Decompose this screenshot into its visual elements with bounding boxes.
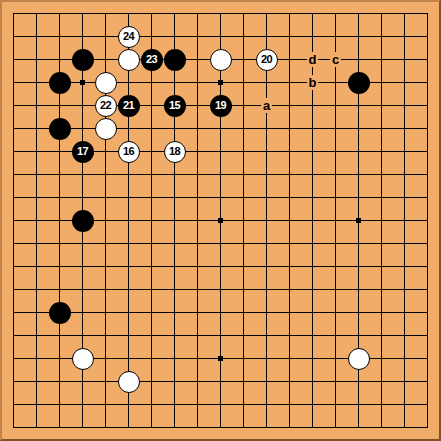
stone-black-17: 17 xyxy=(72,141,94,163)
point-label-a: a xyxy=(255,94,278,117)
stone-black-h17 xyxy=(164,49,186,71)
star-point xyxy=(218,80,223,85)
star-point xyxy=(218,218,223,223)
point-label-b: b xyxy=(301,71,324,94)
stone-white-18: 18 xyxy=(164,141,186,163)
stone-black-c14 xyxy=(49,118,71,140)
stone-white-22: 22 xyxy=(95,95,117,117)
point-label-c: c xyxy=(324,48,347,71)
stone-black-15: 15 xyxy=(164,95,186,117)
stone-black-19: 19 xyxy=(210,95,232,117)
stone-white-q4 xyxy=(348,348,370,370)
board-grid: 24232022211519171618abcd xyxy=(2,2,439,439)
stone-white-f17 xyxy=(118,49,140,71)
stone-black-21: 21 xyxy=(118,95,140,117)
stone-white-f3 xyxy=(118,371,140,393)
stone-white-16: 16 xyxy=(118,141,140,163)
star-point xyxy=(80,80,85,85)
point-label-d: d xyxy=(301,48,324,71)
go-board: 24232022211519171618abcd xyxy=(0,0,441,441)
stone-white-e14 xyxy=(95,118,117,140)
stone-black-23: 23 xyxy=(141,49,163,71)
stone-black-d10 xyxy=(72,210,94,232)
stone-white-e16 xyxy=(95,72,117,94)
stone-black-c16 xyxy=(49,72,71,94)
stone-black-d17 xyxy=(72,49,94,71)
stone-white-d4 xyxy=(72,348,94,370)
star-point xyxy=(356,218,361,223)
star-point xyxy=(218,356,223,361)
stone-white-24: 24 xyxy=(118,26,140,48)
stone-white-20: 20 xyxy=(256,49,278,71)
stone-black-q16 xyxy=(348,72,370,94)
stone-white-k17 xyxy=(210,49,232,71)
stone-black-c6 xyxy=(49,302,71,324)
